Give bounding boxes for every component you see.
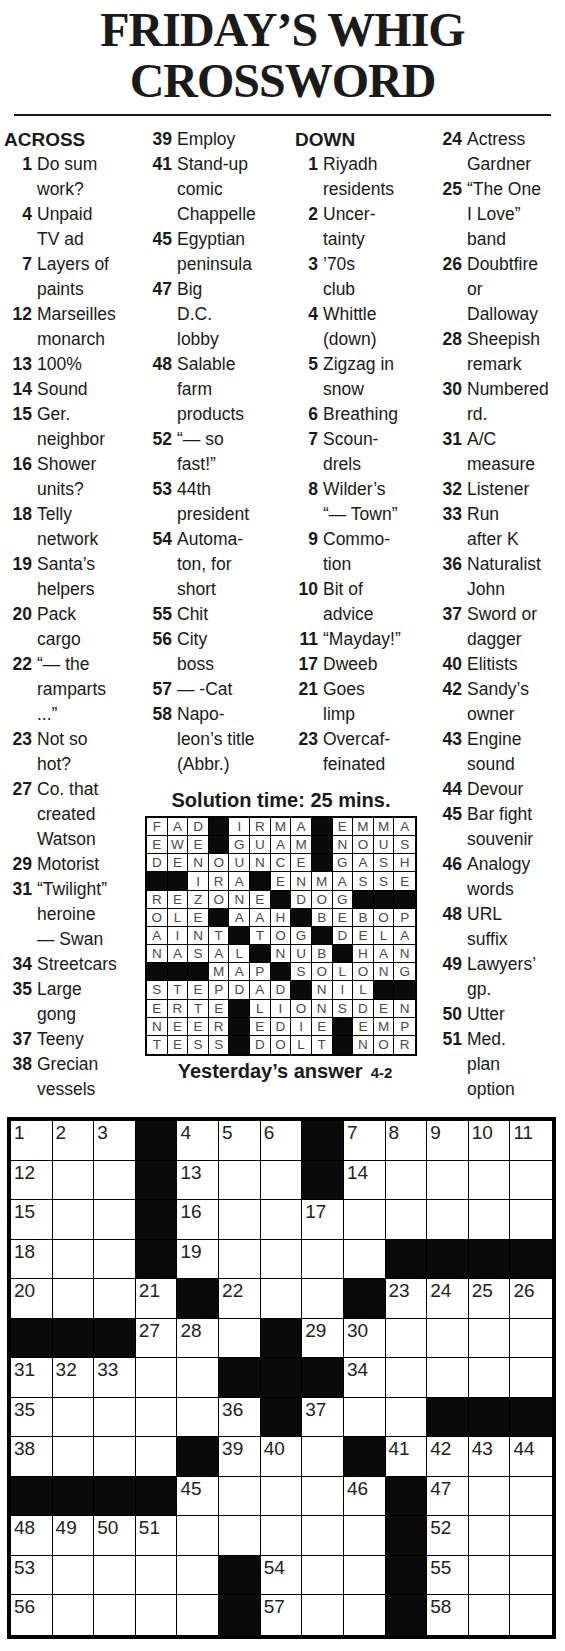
grid-cell-r4c5: 19 [177,1240,219,1280]
grid-cell-r3c9 [344,1200,386,1240]
grid-clue-number-23: 23 [389,1281,410,1300]
clue-text: Packcargo [32,602,81,652]
grid-cell-black-r12c10 [386,1556,428,1596]
clue-across-22: 22“— theramparts...” [4,652,117,727]
grid-cell-r8c5 [177,1398,219,1438]
clue-down-6: 6Breathing [286,402,401,427]
clue-text: “Twilight”heroine— Swan [32,877,107,952]
solution-cell-r1c13: A [394,818,415,836]
clue-text: Runafter K [462,502,519,552]
solution-cell-r6c2: L [168,909,189,927]
clue-text: Marseillesmonarch [32,302,116,352]
clue-text: Lawyers’gp. [462,952,536,1002]
puzzle-grid: 1234567891011121314151617181920212223242… [7,1117,556,1639]
solution-cell-r13c12: O [374,1036,395,1054]
solution-cell-black-r9c2 [168,963,189,981]
clue-down-17: 17Dweeb [286,652,401,677]
grid-cell-r2c1: 12 [11,1161,53,1201]
grid-cell-r8c4 [136,1398,178,1438]
clue-across-18: 18Tellynetwork [4,502,117,552]
grid-cell-r6c5: 28 [177,1319,219,1359]
clue-number: 1 [286,152,318,202]
grid-cell-r5c12: 25 [469,1279,511,1319]
grid-cell-r12c4 [136,1556,178,1596]
clue-number: 43 [426,727,462,777]
solution-cell-r5c9: O [312,891,333,909]
solution-cell-r7c4: T [209,927,230,945]
grid-cell-r7c5 [177,1358,219,1398]
clue-down-36: 36NaturalistJohn [426,552,549,602]
grid-cell-black-r6c2 [53,1319,95,1359]
clue-text: — -Cat [172,677,232,702]
clue-text: Numberedrd. [462,377,549,427]
solution-cell-r2c5: G [229,836,250,854]
grid-clue-number-57: 57 [264,1597,285,1616]
solution-cell-r11c6: L [250,1000,271,1018]
solution-cell-r6c7: H [271,909,292,927]
grid-clue-number-10: 10 [472,1123,493,1142]
clue-number: 5 [286,352,318,402]
solution-grid: FADIRMAEMMAEWEGUAMNOUSDENOUNCEGASHIRAENM… [145,816,417,1056]
solution-cell-r8c4: A [209,945,230,963]
grid-cell-black-r10c4 [136,1477,178,1517]
solution-cell-r9c13: G [394,963,415,981]
solution-cell-r10c5: D [229,981,250,999]
grid-cell-black-r8c12 [469,1398,511,1438]
grid-clue-number-48: 48 [14,1518,35,1537]
solution-cell-r5c1: R [147,891,168,909]
clue-number: 24 [426,127,462,177]
yesterday-answer-text: Yesterday’s answer [178,1060,363,1082]
grid-cell-r6c9: 30 [344,1319,386,1359]
clue-number: 9 [286,527,318,577]
clue-across-41: 41Stand-upcomicChappelle [140,152,256,227]
solution-cell-r12c8: I [291,1018,312,1036]
clue-number: 35 [4,977,32,1027]
grid-cell-black-r7c7 [261,1358,303,1398]
grid-cell-r3c2 [53,1200,95,1240]
grid-clue-number-36: 36 [222,1400,243,1419]
grid-clue-number-58: 58 [430,1597,451,1616]
grid-cell-r7c3: 33 [94,1358,136,1398]
grid-cell-r12c2 [53,1556,95,1596]
clue-text: Overcaf-feinated [318,727,390,777]
solution-cell-r10c4: P [209,981,230,999]
grid-cell-r12c9 [344,1556,386,1596]
solution-cell-r3c10: G [333,854,354,872]
grid-clue-number-25: 25 [472,1281,493,1300]
grid-cell-r11c12 [469,1516,511,1556]
solution-cell-r4c12: S [374,872,395,890]
across-header: ACROSS [4,127,117,152]
grid-cell-black-r8c7 [261,1398,303,1438]
grid-cell-r4c8 [302,1240,344,1280]
solution-cell-r1c7: M [271,818,292,836]
clue-text: “— sofast!” [172,427,224,477]
solution-cell-r3c3: N [188,854,209,872]
clue-down-31: 31A/Cmeasure [426,427,549,477]
grid-cell-r11c13 [510,1516,552,1556]
solution-cell-r8c9: B [312,945,333,963]
clue-text: Salablefarmproducts [172,352,244,427]
clue-text: “— theramparts...” [32,652,106,727]
solution-cell-r7c13: A [394,927,415,945]
grid-clue-number-40: 40 [264,1439,285,1458]
clue-down-3: 3’70sclub [286,252,401,302]
grid-cell-r7c10 [386,1358,428,1398]
clue-across-58: 58Napo-leon’s title(Abbr.) [140,702,256,777]
solution-cell-r11c3: T [188,1000,209,1018]
solution-cell-r5c6: E [250,891,271,909]
clue-number: 26 [426,252,462,327]
solution-cell-r7c12: L [374,927,395,945]
clue-down-5: 5Zigzag insnow [286,352,401,402]
clue-number: 13 [4,352,32,377]
solution-cell-r6c10: E [333,909,354,927]
solution-cell-r9c5: A [229,963,250,981]
solution-cell-black-r1c9 [312,818,333,836]
clue-number: 4 [4,202,32,252]
solution-cell-r3c7: C [271,854,292,872]
solution-cell-black-r7c9 [312,927,333,945]
clue-number: 40 [426,652,462,677]
clue-across-54: 54Automa-ton, forshort [140,527,256,602]
grid-cell-black-r9c9 [344,1437,386,1477]
clue-number: 48 [140,352,172,427]
grid-cell-r3c5: 16 [177,1200,219,1240]
grid-clue-number-45: 45 [180,1479,201,1498]
clue-text: NaturalistJohn [462,552,541,602]
grid-cell-black-r4c12 [469,1240,511,1280]
clue-text: Dweeb [318,652,377,677]
grid-clue-number-32: 32 [56,1360,77,1379]
grid-cell-r12c11: 55 [427,1556,469,1596]
solution-cell-r13c1: T [147,1036,168,1054]
clue-text: Sound [32,377,88,402]
puzzle-title: FRIDAY’S WHIG CROSSWORD [0,4,565,106]
clue-number: 17 [286,652,318,677]
crossword-page: { "game": "crossword", "title": {"line1"… [0,0,565,1651]
clue-number: 30 [426,377,462,427]
clue-down-48: 48URLsuffix [426,902,549,952]
grid-clue-number-13: 13 [180,1163,201,1182]
solution-cell-r9c10: L [333,963,354,981]
clue-text: Employ [172,127,235,152]
grid-cell-r2c10 [386,1161,428,1201]
solution-cell-r11c13: N [394,1000,415,1018]
grid-cell-r9c12: 43 [469,1437,511,1477]
grid-cell-r11c2: 49 [53,1516,95,1556]
grid-cell-r13c8 [302,1595,344,1635]
clue-number: 2 [286,202,318,252]
clue-text: Utter [462,1002,505,1027]
grid-clue-number-37: 37 [305,1400,326,1419]
solution-cell-black-r5c13 [394,891,415,909]
clue-down-50: 50Utter [426,1002,549,1027]
clue-text: “Mayday!” [318,627,401,652]
solution-cell-r7c7: O [271,927,292,945]
solution-cell-r4c4: R [209,872,230,890]
clue-down-30: 30Numberedrd. [426,377,549,427]
clue-number: 27 [4,777,32,852]
solution-cell-r2c11: O [353,836,374,854]
clue-text: Med.planoption [462,1027,515,1102]
solution-cell-r10c2: T [168,981,189,999]
solution-cell-r8c3: S [188,945,209,963]
solution-cell-black-r10c12 [374,981,395,999]
clue-down-45: 45Bar fightsouvenir [426,802,549,852]
solution-cell-r3c4: O [209,854,230,872]
grid-cell-r8c8: 37 [302,1398,344,1438]
grid-cell-black-r10c1 [11,1477,53,1517]
clue-text: Cityboss [172,627,214,677]
clue-across-29: 29Motorist [4,852,117,877]
solution-cell-r11c4: E [209,1000,230,1018]
solution-cell-r8c12: A [374,945,395,963]
down-header: DOWN [295,127,401,152]
grid-cell-r4c9 [344,1240,386,1280]
grid-clue-number-30: 30 [347,1321,368,1340]
grid-cell-r9c1: 38 [11,1437,53,1477]
solution-cell-r1c11: M [353,818,374,836]
solution-cell-black-r8c6 [250,945,271,963]
solution-cell-r12c2: E [168,1018,189,1036]
grid-cell-r5c11: 24 [427,1279,469,1319]
grid-cell-r7c12 [469,1358,511,1398]
grid-clue-number-22: 22 [222,1281,243,1300]
clue-across-34: 34Streetcars [4,952,117,977]
clue-text: Riyadhresidents [318,152,394,202]
solution-cell-r9c11: O [353,963,374,981]
clue-across-45: 45Egyptianpeninsula [140,227,256,277]
grid-cell-r3c1: 15 [11,1200,53,1240]
solution-cell-r12c4: R [209,1018,230,1036]
clue-text: Whittle(down) [318,302,377,352]
solution-cell-r4c13: E [394,872,415,890]
grid-cell-black-r1c8 [302,1121,344,1161]
clue-text: Sword ordagger [462,602,537,652]
clue-down-8: 8Wilder’s“— Town” [286,477,401,527]
grid-cell-r10c7 [261,1477,303,1517]
solution-cell-r10c3: E [188,981,209,999]
grid-cell-r8c1: 35 [11,1398,53,1438]
grid-cell-black-r6c3 [94,1319,136,1359]
solution-cell-r13c2: E [168,1036,189,1054]
clue-column-across-1: ACROSS1Do sumwork?4UnpaidTV ad7Layers of… [4,127,117,1102]
grid-cell-r2c12 [469,1161,511,1201]
grid-cell-black-r1c4 [136,1121,178,1161]
grid-clue-number-12: 12 [14,1163,35,1182]
grid-cell-r5c2 [53,1279,95,1319]
grid-cell-r1c1: 1 [11,1121,53,1161]
solution-cell-black-r12c5 [229,1018,250,1036]
solution-cell-r1c8: A [291,818,312,836]
grid-cell-r12c13 [510,1556,552,1596]
grid-cell-r10c13 [510,1477,552,1517]
clue-down-28: 28Sheepishremark [426,327,549,377]
clue-across-1: 1Do sumwork? [4,152,117,202]
solution-cell-r4c3: I [188,872,209,890]
grid-cell-black-r8c13 [510,1398,552,1438]
solution-cell-r8c2: A [168,945,189,963]
clue-number: 41 [140,152,172,227]
grid-cell-black-r3c4 [136,1200,178,1240]
solution-cell-r4c11: S [353,872,374,890]
grid-cell-r7c13 [510,1358,552,1398]
clue-number: 50 [426,1002,462,1027]
grid-clue-number-16: 16 [180,1202,201,1221]
clue-text: DoubtfireorDalloway [462,252,538,327]
clue-across-48: 48Salablefarmproducts [140,352,256,427]
grid-cell-black-r4c10 [386,1240,428,1280]
clue-number: 55 [140,602,172,627]
clue-down-7: 7Scoun-drels [286,427,401,477]
clue-text: Zigzag insnow [318,352,394,402]
grid-cell-r11c9 [344,1516,386,1556]
grid-cell-r9c6: 39 [219,1437,261,1477]
solution-cell-r12c11: E [353,1018,374,1036]
grid-clue-number-53: 53 [14,1558,35,1577]
clue-down-40: 40Elitists [426,652,549,677]
grid-cell-r2c9: 14 [344,1161,386,1201]
grid-cell-black-r2c8 [302,1161,344,1201]
solution-cell-r1c2: A [168,818,189,836]
clue-column-across-2: 39Employ41Stand-upcomicChappelle45Egypti… [140,127,256,777]
grid-cell-r1c9: 7 [344,1121,386,1161]
solution-cell-r11c1: E [147,1000,168,1018]
clue-number: 20 [4,602,32,652]
grid-clue-number-21: 21 [139,1281,160,1300]
clue-number: 33 [426,502,462,552]
clue-text: Sheepishremark [462,327,540,377]
solution-cell-r6c3: E [188,909,209,927]
grid-cell-r1c3: 3 [94,1121,136,1161]
solution-cell-r7c1: A [147,927,168,945]
grid-cell-black-r7c8 [302,1358,344,1398]
solution-cell-r1c1: F [147,818,168,836]
solution-cell-black-r13c10 [333,1036,354,1054]
clue-down-43: 43Enginesound [426,727,549,777]
clue-down-33: 33Runafter K [426,502,549,552]
grid-clue-number-42: 42 [430,1439,451,1458]
grid-cell-r13c2 [53,1595,95,1635]
clue-text: Chit [172,602,208,627]
solution-cell-black-r6c8 [291,909,312,927]
clue-down-10: 10Bit ofadvice [286,577,401,627]
solution-time-label: Solution time: 25 mins. [140,789,422,812]
clue-across-37: 37Teeny [4,1027,117,1052]
clue-down-21: 21Goeslimp [286,677,401,727]
clue-number: 19 [4,552,32,602]
solution-cell-r1c3: D [188,818,209,836]
clue-number: 23 [4,727,32,777]
solution-cell-r8c1: N [147,945,168,963]
grid-cell-r1c6: 5 [219,1121,261,1161]
clue-number: 6 [286,402,318,427]
grid-clue-number-46: 46 [347,1479,368,1498]
solution-cell-r6c11: B [353,909,374,927]
grid-cell-r3c7 [261,1200,303,1240]
clue-number: 8 [286,477,318,527]
grid-cell-r11c7 [261,1516,303,1556]
clue-number: 18 [4,502,32,552]
grid-clue-number-43: 43 [472,1439,493,1458]
clue-down-24: 24ActressGardner [426,127,549,177]
clue-down-42: 42Sandy’sowner [426,677,549,727]
grid-cell-r3c12 [469,1200,511,1240]
grid-cell-r7c11 [427,1358,469,1398]
solution-cell-r11c2: R [168,1000,189,1018]
clue-number: 11 [286,627,318,652]
solution-cell-r5c10: G [333,891,354,909]
clue-down-2: 2Uncer-tainty [286,202,401,252]
clue-text: Listener [462,477,529,502]
grid-cell-r8c6: 36 [219,1398,261,1438]
solution-cell-black-r12c10 [333,1018,354,1036]
grid-clue-number-34: 34 [347,1360,368,1379]
solution-cell-black-r13c5 [229,1036,250,1054]
solution-cell-black-r11c5 [229,1000,250,1018]
grid-clue-number-41: 41 [389,1439,410,1458]
solution-cell-black-r10c13 [394,981,415,999]
solution-cell-r9c4: M [209,963,230,981]
solution-cell-r2c7: A [271,836,292,854]
clue-across-23: 23Not sohot? [4,727,117,777]
clue-text: Uncer-tainty [318,202,376,252]
solution-cell-r4c10: A [333,872,354,890]
clue-text: 100% [32,352,82,377]
clue-text: Tellynetwork [32,502,98,552]
grid-cell-r3c10 [386,1200,428,1240]
grid-cell-r2c7 [261,1161,303,1201]
grid-cell-r5c7 [261,1279,303,1319]
grid-cell-r1c13: 11 [510,1121,552,1161]
clue-text: URLsuffix [462,902,508,952]
grid-cell-r12c12 [469,1556,511,1596]
grid-cell-r10c6 [219,1477,261,1517]
clue-number: 48 [426,902,462,952]
grid-clue-number-1: 1 [14,1123,25,1142]
grid-cell-r13c9 [344,1595,386,1635]
grid-cell-black-r10c3 [94,1477,136,1517]
clue-number: 7 [286,427,318,477]
solution-cell-r5c4: O [209,891,230,909]
clue-across-15: 15Ger.neighbor [4,402,117,452]
solution-cell-r1c10: E [333,818,354,836]
grid-cell-r4c7 [261,1240,303,1280]
solution-cell-r13c8: L [291,1036,312,1054]
clue-number: 31 [426,427,462,477]
solution-cell-r10c6: A [250,981,271,999]
solution-cell-r10c10: I [333,981,354,999]
clue-text: ActressGardner [462,127,531,177]
solution-cell-black-r5c7 [271,891,292,909]
grid-cell-r11c8 [302,1516,344,1556]
grid-cell-r8c2 [53,1398,95,1438]
grid-cell-r11c4: 51 [136,1516,178,1556]
grid-cell-r5c6: 22 [219,1279,261,1319]
grid-cell-r12c1: 53 [11,1556,53,1596]
grid-cell-r8c10 [386,1398,428,1438]
clue-down-9: 9Commo-tion [286,527,401,577]
clue-text: Scoun-drels [318,427,378,477]
clue-number: 44 [426,777,462,802]
clue-number: 49 [426,952,462,1002]
grid-clue-number-24: 24 [430,1281,451,1300]
solution-cell-r2c12: U [374,836,395,854]
solution-cell-r3c5: U [229,854,250,872]
solution-cell-r6c6: A [250,909,271,927]
